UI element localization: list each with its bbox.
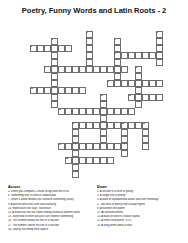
down-clues-column: Down 1. A section in a form of poetry2. … xyxy=(89,185,188,232)
across-clues-column: Across 5. When you compare 2 unlike thin… xyxy=(0,185,89,232)
grid-cell-r18c7[interactable] xyxy=(79,157,86,164)
grid-cell-r3c15[interactable] xyxy=(135,52,142,59)
grid-cell-r5c8[interactable] xyxy=(86,66,93,73)
grid-cell-r8c1[interactable] xyxy=(37,87,44,94)
grid-cell-r5c7[interactable] xyxy=(79,66,86,73)
grid-cell-r16c6[interactable] xyxy=(72,143,79,150)
cell-number-11: 11 xyxy=(101,94,103,97)
grid-cell-r13c15[interactable] xyxy=(135,122,142,129)
grid-cell-r3c13[interactable] xyxy=(121,52,128,59)
grid-cell-r16c12[interactable] xyxy=(114,143,121,150)
grid-cell-r14c6[interactable] xyxy=(72,129,79,136)
grid-cell-r16c10[interactable] xyxy=(100,143,107,150)
grid-cell-r10c15[interactable] xyxy=(135,101,142,108)
grid-cell-r5c6[interactable] xyxy=(72,66,79,73)
grid-cell-r11c6[interactable] xyxy=(72,108,79,115)
cell-number-18: 18 xyxy=(66,157,69,160)
grid-cell-r20c6[interactable] xyxy=(72,171,79,178)
grid-cell-r13c11[interactable] xyxy=(107,122,114,129)
grid-cell-r14c16[interactable] xyxy=(142,129,149,136)
grid-cell-r19c6[interactable] xyxy=(72,164,79,171)
grid-cell-r2c12[interactable] xyxy=(114,45,121,52)
grid-cell-r7c14[interactable] xyxy=(128,80,135,87)
cell-number-17: 17 xyxy=(59,143,62,146)
grid-cell-r16c9[interactable] xyxy=(93,143,100,150)
cell-number-15: 15 xyxy=(122,122,125,125)
grid-cell-r13c7[interactable] xyxy=(79,122,86,129)
cell-number-4: 4 xyxy=(115,38,116,41)
grid-cell-r2c2[interactable] xyxy=(44,45,51,52)
grid-cell-r7c12[interactable] xyxy=(114,80,121,87)
grid-cell-r18c10[interactable] xyxy=(100,157,107,164)
grid-cell-r5c9[interactable] xyxy=(93,66,100,73)
grid-cell-r17c13[interactable] xyxy=(121,150,128,157)
grid-cell-r13c8[interactable] xyxy=(86,122,93,129)
crossword-grid: 567910121314171812348111516 xyxy=(30,31,163,178)
cell-number-6: 6 xyxy=(115,52,116,55)
grid-cell-r11c11[interactable] xyxy=(107,108,114,115)
grid-cell-r7c18[interactable] xyxy=(156,80,163,87)
grid-cell-r8c5[interactable] xyxy=(65,87,72,94)
grid-cell-r3c18[interactable] xyxy=(156,52,163,59)
grid-cell-r4c8[interactable] xyxy=(86,59,93,66)
grid-cell-r11c8[interactable] xyxy=(86,108,93,115)
across-heading: Across xyxy=(8,185,89,189)
grid-cell-r13c14[interactable] xyxy=(128,122,135,129)
grid-cell-r5c3[interactable] xyxy=(51,66,58,73)
grid-cell-r5c5[interactable] xyxy=(65,66,72,73)
grid-cell-r14c10[interactable] xyxy=(100,129,107,136)
grid-cell-r3c8[interactable] xyxy=(86,52,93,59)
grid-cell-r9c3[interactable] xyxy=(51,94,58,101)
grid-cell-r15c6[interactable] xyxy=(72,136,79,143)
grid-cell-r15c10[interactable] xyxy=(100,136,107,143)
grid-cell-r11c13[interactable] xyxy=(121,108,128,115)
puzzle-title: Poetry, Funny Words and Latin Roots - 2 xyxy=(0,6,188,15)
grid-cell-r16c8[interactable] xyxy=(86,143,93,150)
cell-number-8: 8 xyxy=(136,66,137,69)
grid-cell-r11c9[interactable] xyxy=(93,108,100,115)
cell-number-13: 13 xyxy=(59,108,62,111)
grid-cell-r18c11[interactable] xyxy=(107,157,114,164)
grid-cell-r11c10[interactable] xyxy=(100,108,107,115)
grid-cell-r2c5[interactable] xyxy=(65,45,72,52)
grid-cell-r3c3[interactable] xyxy=(51,52,58,59)
grid-cell-r8c15[interactable] xyxy=(135,87,142,94)
cell-number-14: 14 xyxy=(73,122,76,125)
cell-number-9: 9 xyxy=(108,80,109,83)
grid-cell-r2c18[interactable] xyxy=(156,45,163,52)
grid-cell-r5c10[interactable] xyxy=(100,66,107,73)
grid-cell-r18c6[interactable] xyxy=(72,157,79,164)
cell-number-5: 5 xyxy=(31,45,32,48)
across-clue-18: 18. Liberty; not being held captive xyxy=(8,228,89,232)
grid-cell-r7c3[interactable] xyxy=(51,80,58,87)
grid-cell-r11c5[interactable] xyxy=(65,108,72,115)
grid-cell-r9c16[interactable] xyxy=(142,94,149,101)
grid-cell-r7c16[interactable] xyxy=(142,80,149,87)
grid-cell-r18c9[interactable] xyxy=(93,157,100,164)
grid-cell-r5c4[interactable] xyxy=(58,66,65,73)
grid-cell-r8c3[interactable] xyxy=(51,87,58,94)
cell-number-3: 3 xyxy=(52,38,53,41)
cell-number-10: 10 xyxy=(31,87,34,90)
cell-number-16: 16 xyxy=(143,122,146,125)
grid-cell-r9c17[interactable] xyxy=(149,94,156,101)
grid-cell-r5c13[interactable] xyxy=(121,66,128,73)
grid-cell-r15c16[interactable] xyxy=(142,136,149,143)
grid-cell-r16c16[interactable] xyxy=(142,143,149,150)
grid-cell-r6c3[interactable] xyxy=(51,73,58,80)
grid-cell-r16c5[interactable] xyxy=(65,143,72,150)
grid-cell-r8c6[interactable] xyxy=(72,87,79,94)
clues-section: Across 5. When you compare 2 unlike thin… xyxy=(0,185,188,232)
grid-cell-r13c9[interactable] xyxy=(93,122,100,129)
grid-cell-r16c13[interactable] xyxy=(121,143,128,150)
grid-cell-r2c4[interactable] xyxy=(58,45,65,52)
grid-cell-r4c12[interactable] xyxy=(114,59,121,66)
grid-cell-r16c11[interactable] xyxy=(107,143,114,150)
down-clue-16: 16. A long poem about a hero xyxy=(97,224,188,228)
grid-cell-r1c8[interactable] xyxy=(86,38,93,45)
across-clue-list: 5. When you compare 2 unlike things with… xyxy=(8,190,89,232)
grid-cell-r10c10[interactable] xyxy=(100,101,107,108)
grid-cell-r17c6[interactable] xyxy=(72,150,79,157)
down-heading: Down xyxy=(97,185,188,189)
grid-cell-r3c14[interactable] xyxy=(128,52,135,59)
grid-cell-r5c11[interactable] xyxy=(107,66,114,73)
grid-cell-r2c8[interactable] xyxy=(86,45,93,52)
cell-number-2: 2 xyxy=(157,31,158,34)
grid-cell-r3c16[interactable] xyxy=(142,52,149,59)
cell-number-12: 12 xyxy=(129,94,132,97)
grid-cell-r4c3[interactable] xyxy=(51,59,58,66)
grid-cell-r8c7[interactable] xyxy=(79,87,86,94)
grid-cell-r10c3[interactable] xyxy=(51,101,58,108)
grid-cell-r6c12[interactable] xyxy=(114,73,121,80)
grid-cell-r3c17[interactable] xyxy=(149,52,156,59)
grid-cell-r11c7[interactable] xyxy=(79,108,86,115)
grid-cell-r7c15[interactable] xyxy=(135,80,142,87)
grid-cell-r5c12[interactable] xyxy=(114,66,121,73)
grid-cell-r11c12[interactable] xyxy=(114,108,121,115)
grid-cell-r8c4[interactable] xyxy=(58,87,65,94)
grid-cell-r9c18[interactable] xyxy=(156,94,163,101)
grid-cell-r11c14[interactable] xyxy=(128,108,135,115)
crossword-page: { "game": "crossword", "title": "Poetry,… xyxy=(0,0,188,243)
grid-cell-r6c15[interactable] xyxy=(135,73,142,80)
grid-cell-r4c18[interactable] xyxy=(156,59,163,66)
grid-cell-r7c13[interactable] xyxy=(121,80,128,87)
grid-cell-r14c13[interactable] xyxy=(121,129,128,136)
grid-cell-r1c18[interactable] xyxy=(156,38,163,45)
grid-cell-r16c7[interactable] xyxy=(79,143,86,150)
grid-cell-r2c1[interactable] xyxy=(37,45,44,52)
grid-cell-r2c3[interactable] xyxy=(51,45,58,52)
grid-cell-r18c8[interactable] xyxy=(86,157,93,164)
grid-cell-r13c10[interactable] xyxy=(100,122,107,129)
down-clue-list: 1. A section in a form of poetry2. A sin… xyxy=(97,190,188,228)
cell-number-1: 1 xyxy=(87,31,88,34)
cell-number-7: 7 xyxy=(45,66,46,69)
grid-cell-r8c2[interactable] xyxy=(44,87,51,94)
grid-cell-r12c10[interactable] xyxy=(100,115,107,122)
grid-cell-r9c15[interactable] xyxy=(135,94,142,101)
grid-cell-r15c13[interactable] xyxy=(121,136,128,143)
grid-cell-r13c12[interactable] xyxy=(114,122,121,129)
grid-cell-r7c17[interactable] xyxy=(149,80,156,87)
